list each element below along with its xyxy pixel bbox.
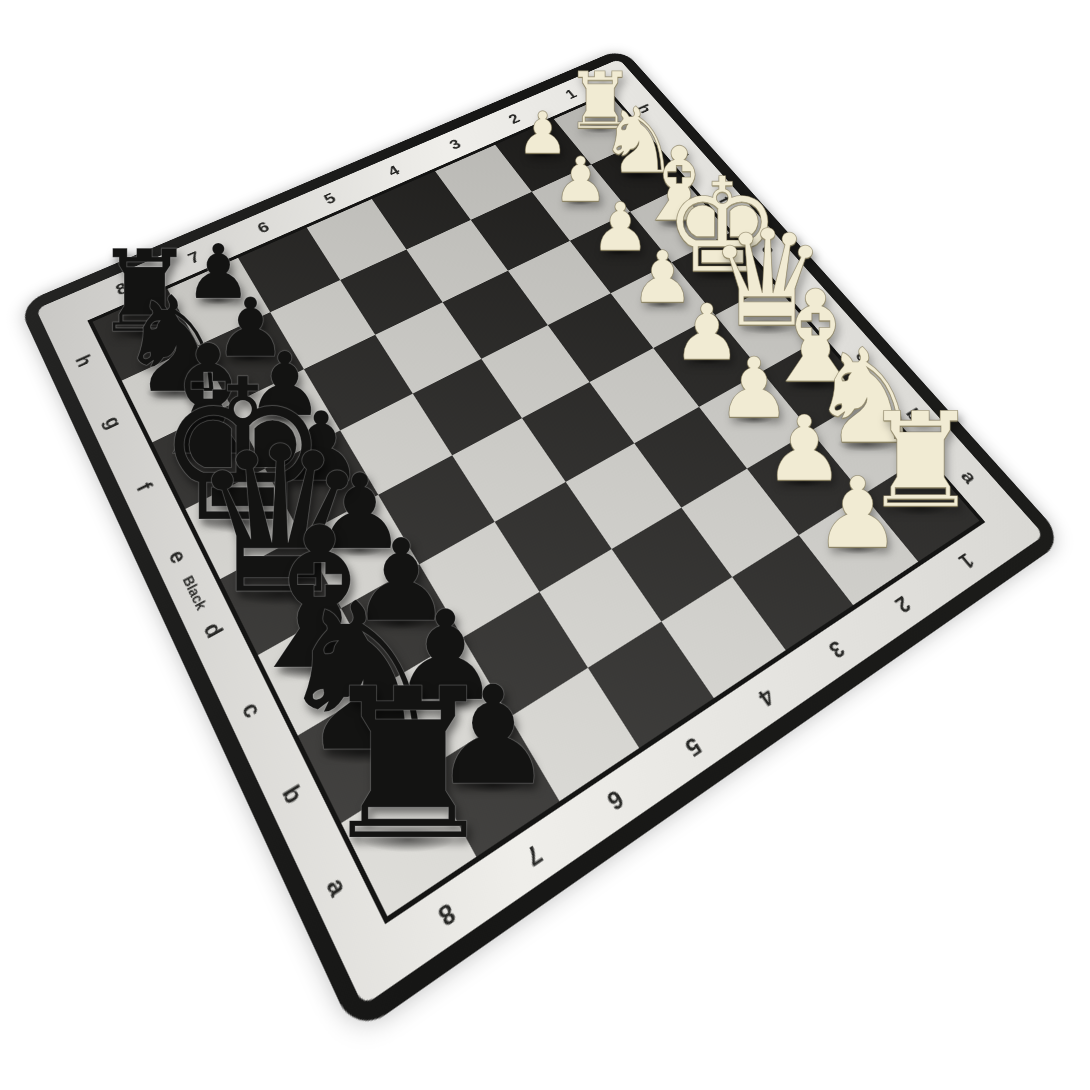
pieces-layer: ♜♞♝♛♚♝♞♜♟♟♟♟♟♟♟♟♟♟♟♟♟♟♟♟♜♞♝♛♚♝♞♜ xyxy=(0,0,1090,1090)
piece-white-pawn-a2[interactable]: ♟ xyxy=(814,464,902,562)
product-photo-chess-set: hgfedcba hgfedcba 87654321 87654321 Blac… xyxy=(0,0,1090,1090)
piece-black-rook-a8[interactable]: ♜ xyxy=(315,661,502,869)
